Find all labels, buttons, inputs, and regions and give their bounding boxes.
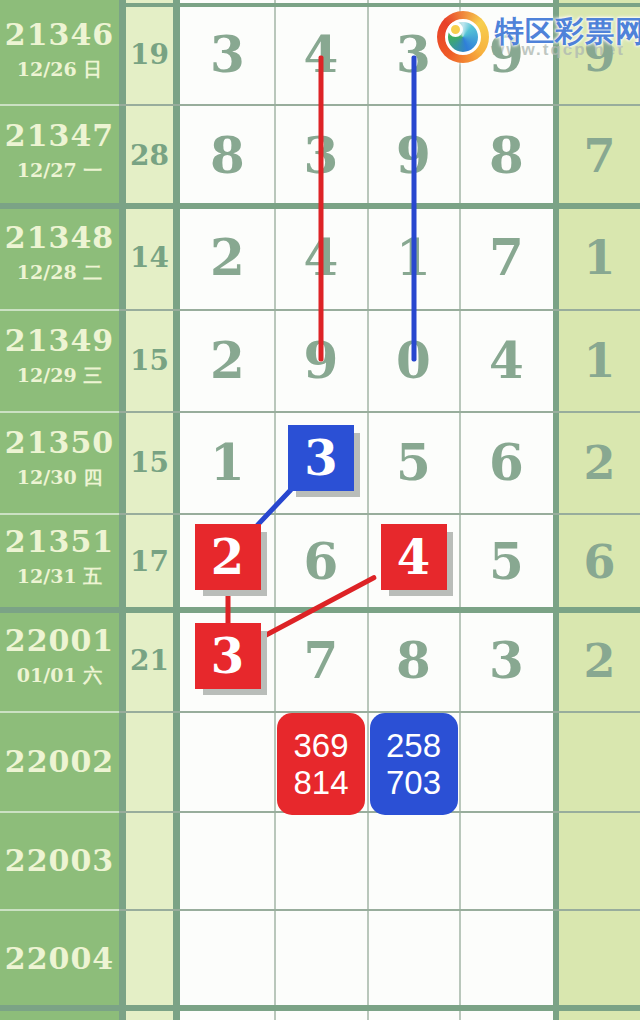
date-cell: 12/26 日 [0, 57, 119, 81]
sum-cell: 14 [126, 242, 173, 274]
number-badge-red: 369814 [277, 713, 365, 815]
vertical-border [119, 0, 126, 1020]
date-cell: 01/01 六 [0, 663, 119, 687]
highlight-box-red: 3 [195, 623, 261, 689]
date-cell: 12/31 五 [0, 564, 119, 588]
badge-line: 814 [293, 764, 348, 801]
date-cell: 12/29 三 [0, 363, 119, 387]
row-separator [0, 909, 119, 911]
period-cell: 21349 [0, 324, 119, 358]
row-separator [0, 711, 119, 713]
trend-line-red [225, 588, 230, 625]
fifth-digit-cell: 2 [559, 435, 640, 491]
section-separator [0, 1005, 640, 1011]
date-cell: 12/28 二 [0, 260, 119, 284]
row-separator [119, 309, 640, 311]
digit-cell: 3 [460, 631, 554, 691]
date-cell: 12/30 四 [0, 465, 119, 489]
row-separator [119, 104, 640, 106]
sum-cell: 17 [126, 546, 173, 578]
digit-cell: 8 [181, 126, 275, 186]
digit-cell: 5 [460, 532, 554, 592]
digit-cell: 3 [181, 25, 275, 85]
fifth-digit-cell: 1 [559, 230, 640, 286]
logo-swirl-icon [437, 11, 489, 63]
row-separator [0, 411, 119, 413]
badge-line: 258 [386, 727, 441, 764]
date-cell: 12/27 一 [0, 158, 119, 182]
trend-line-red [319, 55, 324, 361]
fifth-digit-cell: 2 [559, 633, 640, 689]
sum-cell: 28 [126, 140, 173, 172]
period-cell: 21351 [0, 525, 119, 559]
row-separator [0, 811, 119, 813]
row-separator [119, 513, 640, 515]
digit-cell: 2 [181, 331, 275, 391]
highlight-box-blue: 3 [288, 425, 354, 491]
fifth-digit-cell: 7 [559, 128, 640, 184]
digit-cell: 8 [367, 631, 461, 691]
period-cell: 21350 [0, 426, 119, 460]
sum-cell: 21 [126, 645, 173, 677]
digit-cell: 8 [460, 126, 554, 186]
digit-cell: 6 [460, 433, 554, 493]
vertical-border [173, 0, 180, 1020]
badge-line: 369 [293, 727, 348, 764]
period-cell: 22002 [0, 745, 119, 779]
row-separator [0, 513, 119, 515]
period-cell: 22004 [0, 942, 119, 976]
number-badge-blue: 258703 [370, 713, 458, 815]
sum-cell: 15 [126, 345, 173, 377]
row-separator [119, 711, 640, 713]
sum-cell: 19 [126, 39, 173, 71]
row-separator [0, 104, 119, 106]
digit-cell: 5 [367, 433, 461, 493]
digit-cell: 4 [460, 331, 554, 391]
period-cell: 21346 [0, 18, 119, 52]
highlight-box-red: 2 [195, 524, 261, 590]
period-cell: 22003 [0, 844, 119, 878]
fifth-digit-cell: 1 [559, 333, 640, 389]
period-cell: 21347 [0, 119, 119, 153]
period-cell: 21348 [0, 221, 119, 255]
digit-cell: 6 [274, 532, 368, 592]
highlight-box-red: 4 [381, 524, 447, 590]
row-separator [119, 909, 640, 911]
section-separator [119, 3, 640, 7]
period-cell: 22001 [0, 624, 119, 658]
digit-cell: 7 [274, 631, 368, 691]
logo-swirl-core [448, 22, 463, 37]
row-separator [119, 411, 640, 413]
lottery-trend-chart: www.tqcp.net 2134612/26 日19343992134712/… [0, 0, 640, 1020]
badge-line: 703 [386, 764, 441, 801]
row-separator [0, 309, 119, 311]
digit-cell: 1 [181, 433, 275, 493]
fifth-digit-cell: 6 [559, 534, 640, 590]
sum-cell: 15 [126, 447, 173, 479]
digit-cell: 7 [460, 228, 554, 288]
site-logo-text: 特区彩票网 [495, 12, 640, 52]
trend-line-blue [411, 55, 416, 361]
digit-cell: 2 [181, 228, 275, 288]
